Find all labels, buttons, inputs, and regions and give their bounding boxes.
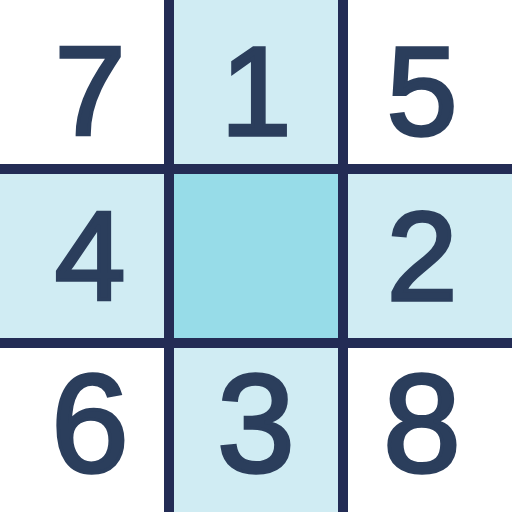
cell-r0c1[interactable]: 1 — [174, 0, 338, 164]
cell-value: 6 — [51, 354, 129, 494]
cell-r2c2[interactable]: 8 — [348, 348, 512, 512]
cell-value: 5 — [387, 28, 458, 155]
cell-r2c0[interactable]: 6 — [0, 348, 164, 512]
sudoku-board: 7 1 5 4 2 6 3 8 — [0, 0, 512, 512]
cell-r1c1-highlighted-empty[interactable] — [174, 174, 338, 338]
cell-value: 7 — [55, 28, 126, 155]
cell-r1c2[interactable]: 2 — [348, 174, 512, 338]
cell-r0c0[interactable]: 7 — [0, 0, 164, 164]
cell-value: 4 — [55, 193, 126, 320]
cell-value: 8 — [383, 354, 461, 494]
cell-r1c0[interactable]: 4 — [0, 174, 164, 338]
cell-r0c2[interactable]: 5 — [348, 0, 512, 164]
cell-r2c1[interactable]: 3 — [174, 348, 338, 512]
cell-value: 1 — [221, 28, 292, 155]
cell-value: 2 — [387, 193, 458, 320]
cell-value: 3 — [217, 354, 295, 494]
